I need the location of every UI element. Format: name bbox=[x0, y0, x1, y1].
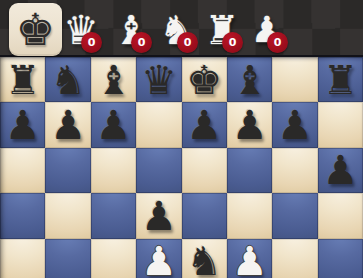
black-pawn: ♟ bbox=[186, 105, 222, 145]
square-b8[interactable]: ♞ bbox=[45, 57, 90, 102]
palette-white-rook[interactable]: ♜ 0 bbox=[199, 4, 245, 54]
square-h6[interactable]: ♟ bbox=[318, 148, 363, 193]
black-bishop: ♝ bbox=[232, 60, 268, 100]
square-b4[interactable] bbox=[45, 239, 90, 278]
square-h5[interactable] bbox=[318, 193, 363, 238]
square-b6[interactable] bbox=[45, 148, 90, 193]
square-e8[interactable]: ♚ bbox=[182, 57, 227, 102]
palette-white-pawn[interactable]: ♟ 0 bbox=[244, 4, 290, 54]
square-g5[interactable] bbox=[272, 193, 317, 238]
black-king-icon: ♚ bbox=[16, 8, 55, 52]
square-d6[interactable] bbox=[136, 148, 181, 193]
square-c8[interactable]: ♝ bbox=[91, 57, 136, 102]
black-pawn: ♟ bbox=[5, 105, 41, 145]
black-knight: ♞ bbox=[186, 241, 222, 278]
white-pawn: ♟ bbox=[232, 241, 268, 278]
black-rook: ♜ bbox=[322, 60, 358, 100]
square-c6[interactable] bbox=[91, 148, 136, 193]
square-a4[interactable] bbox=[0, 239, 45, 278]
square-e4[interactable]: ♞ bbox=[182, 239, 227, 278]
square-h8[interactable]: ♜ bbox=[318, 57, 363, 102]
square-d5[interactable]: ♟ bbox=[136, 193, 181, 238]
black-king: ♚ bbox=[186, 60, 222, 100]
square-e6[interactable] bbox=[182, 148, 227, 193]
square-c4[interactable] bbox=[91, 239, 136, 278]
chess-app-screen: ♚ ♛ 0 ♝ 0 ♞ 0 ♜ 0 ♟ 0 ♜♞♝♛♚♝♜♟♟♟♟♟♟♟♟♟♞♟ bbox=[0, 0, 363, 278]
square-a7[interactable]: ♟ bbox=[0, 102, 45, 147]
square-a6[interactable] bbox=[0, 148, 45, 193]
square-f8[interactable]: ♝ bbox=[227, 57, 272, 102]
black-bishop: ♝ bbox=[96, 60, 132, 100]
square-b7[interactable]: ♟ bbox=[45, 102, 90, 147]
black-pawn: ♟ bbox=[50, 105, 86, 145]
square-f7[interactable]: ♟ bbox=[227, 102, 272, 147]
square-d8[interactable]: ♛ bbox=[136, 57, 181, 102]
square-d4[interactable]: ♟ bbox=[136, 239, 181, 278]
square-g7[interactable]: ♟ bbox=[272, 102, 317, 147]
square-e5[interactable] bbox=[182, 193, 227, 238]
square-a8[interactable]: ♜ bbox=[0, 57, 45, 102]
square-c7[interactable]: ♟ bbox=[91, 102, 136, 147]
bishop-count-badge: 0 bbox=[131, 32, 152, 53]
square-h7[interactable] bbox=[318, 102, 363, 147]
rook-count-badge: 0 bbox=[222, 32, 243, 53]
square-a5[interactable] bbox=[0, 193, 45, 238]
square-g6[interactable] bbox=[272, 148, 317, 193]
square-f6[interactable] bbox=[227, 148, 272, 193]
white-pawn: ♟ bbox=[141, 241, 177, 278]
square-e7[interactable]: ♟ bbox=[182, 102, 227, 147]
black-knight: ♞ bbox=[50, 60, 86, 100]
square-g4[interactable] bbox=[272, 239, 317, 278]
black-pawn: ♟ bbox=[322, 150, 358, 190]
palette-white-queen[interactable]: ♛ 0 bbox=[58, 4, 104, 54]
square-h4[interactable] bbox=[318, 239, 363, 278]
black-rook: ♜ bbox=[5, 60, 41, 100]
square-f5[interactable] bbox=[227, 193, 272, 238]
square-c5[interactable] bbox=[91, 193, 136, 238]
piece-palette: ♚ ♛ 0 ♝ 0 ♞ 0 ♜ 0 ♟ 0 bbox=[0, 0, 363, 57]
square-b5[interactable] bbox=[45, 193, 90, 238]
palette-white-knight[interactable]: ♞ 0 bbox=[154, 4, 200, 54]
queen-count-badge: 0 bbox=[81, 32, 102, 53]
palette-white-bishop[interactable]: ♝ 0 bbox=[108, 4, 154, 54]
square-g8[interactable] bbox=[272, 57, 317, 102]
square-f4[interactable]: ♟ bbox=[227, 239, 272, 278]
black-pawn: ♟ bbox=[96, 105, 132, 145]
pawn-count-badge: 0 bbox=[267, 32, 288, 53]
black-pawn: ♟ bbox=[141, 196, 177, 236]
knight-count-badge: 0 bbox=[177, 32, 198, 53]
palette-selected-black-king[interactable]: ♚ bbox=[9, 3, 62, 56]
black-pawn: ♟ bbox=[232, 105, 268, 145]
black-pawn: ♟ bbox=[277, 105, 313, 145]
board: ♜♞♝♛♚♝♜♟♟♟♟♟♟♟♟♟♞♟ bbox=[0, 57, 363, 278]
square-d7[interactable] bbox=[136, 102, 181, 147]
black-queen: ♛ bbox=[141, 60, 177, 100]
